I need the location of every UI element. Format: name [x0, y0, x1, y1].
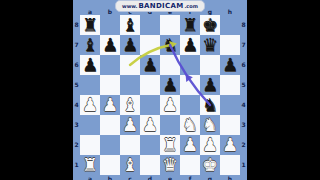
square-g8[interactable]: ♚: [200, 15, 220, 35]
chess-board: ♜♝♜♚♝♟♟♞♟♛♟♟♟♟♟♟♟♝♟♞♟♟♞♞♜♟♟♟♜♝♛♚: [80, 15, 240, 175]
black-pawn-piece: ♟: [222, 55, 238, 75]
square-d7[interactable]: [140, 35, 160, 55]
square-h4[interactable]: [220, 95, 240, 115]
black-bishop-piece: ♝: [122, 15, 138, 35]
rank-label-5: 5: [240, 75, 247, 95]
square-g2[interactable]: ♟: [200, 135, 220, 155]
rank-label-1: 1: [240, 155, 247, 175]
square-f7[interactable]: ♟: [180, 35, 200, 55]
square-a3[interactable]: [80, 115, 100, 135]
watermark-prefix: www.: [122, 3, 137, 9]
square-f1[interactable]: [180, 155, 200, 175]
rank-label-5: 5: [73, 75, 80, 95]
file-label-e: e: [160, 175, 180, 180]
square-h6[interactable]: ♟: [220, 55, 240, 75]
square-h7[interactable]: [220, 35, 240, 55]
square-h3[interactable]: [220, 115, 240, 135]
black-pawn-piece: ♟: [162, 75, 178, 95]
square-g3[interactable]: ♞: [200, 115, 220, 135]
file-label-g: g: [200, 175, 220, 180]
square-e4[interactable]: ♟: [160, 95, 180, 115]
white-rook-piece: ♜: [82, 155, 98, 175]
square-b6[interactable]: [100, 55, 120, 75]
rank-label-7: 7: [73, 35, 80, 55]
square-g1[interactable]: ♚: [200, 155, 220, 175]
square-c5[interactable]: [120, 75, 140, 95]
file-label-c: c: [120, 175, 140, 180]
watermark-suffix: .com: [184, 3, 198, 9]
square-f8[interactable]: ♜: [180, 15, 200, 35]
watermark-brand: BANDICAM: [138, 2, 183, 10]
square-a8[interactable]: ♜: [80, 15, 100, 35]
file-label-h: h: [220, 8, 240, 15]
black-rook-piece: ♜: [182, 15, 198, 35]
rank-label-3: 3: [73, 115, 80, 135]
square-e6[interactable]: [160, 55, 180, 75]
black-pawn-piece: ♟: [202, 75, 218, 95]
black-queen-piece: ♛: [202, 35, 218, 55]
square-e3[interactable]: [160, 115, 180, 135]
rank-labels-left: 87654321: [73, 15, 80, 175]
square-e8[interactable]: [160, 15, 180, 35]
black-knight-piece: ♞: [162, 35, 178, 55]
rank-label-4: 4: [240, 95, 247, 115]
white-pawn-piece: ♟: [162, 95, 178, 115]
white-knight-piece: ♞: [182, 115, 198, 135]
square-b7[interactable]: ♟: [100, 35, 120, 55]
square-f5[interactable]: [180, 75, 200, 95]
black-pawn-piece: ♟: [82, 55, 98, 75]
black-pawn-piece: ♟: [122, 35, 138, 55]
square-b1[interactable]: [100, 155, 120, 175]
square-c6[interactable]: [120, 55, 140, 75]
square-c4[interactable]: ♝: [120, 95, 140, 115]
rank-label-3: 3: [240, 115, 247, 135]
file-label-b: b: [100, 175, 120, 180]
square-g6[interactable]: [200, 55, 220, 75]
rank-label-4: 4: [73, 95, 80, 115]
black-rook-piece: ♜: [82, 15, 98, 35]
square-d2[interactable]: [140, 135, 160, 155]
white-pawn-piece: ♟: [122, 115, 138, 135]
square-f3[interactable]: ♞: [180, 115, 200, 135]
file-label-a: a: [80, 175, 100, 180]
white-pawn-piece: ♟: [142, 115, 158, 135]
square-b5[interactable]: [100, 75, 120, 95]
square-c1[interactable]: ♝: [120, 155, 140, 175]
square-f6[interactable]: [180, 55, 200, 75]
file-label-h: h: [220, 175, 240, 180]
square-a2[interactable]: [80, 135, 100, 155]
square-d5[interactable]: [140, 75, 160, 95]
rank-label-2: 2: [73, 135, 80, 155]
file-label-d: d: [140, 175, 160, 180]
square-a1[interactable]: ♜: [80, 155, 100, 175]
white-bishop-piece: ♝: [122, 155, 138, 175]
square-c7[interactable]: ♟: [120, 35, 140, 55]
rank-label-7: 7: [240, 35, 247, 55]
white-queen-piece: ♛: [162, 155, 178, 175]
white-knight-piece: ♞: [202, 115, 218, 135]
white-pawn-piece: ♟: [102, 95, 118, 115]
file-labels-bottom: abcdefgh: [80, 175, 240, 180]
black-bishop-piece: ♝: [82, 35, 98, 55]
black-knight-piece: ♞: [202, 95, 218, 115]
rank-label-8: 8: [240, 15, 247, 35]
square-e1[interactable]: ♛: [160, 155, 180, 175]
rank-label-2: 2: [240, 135, 247, 155]
square-f2[interactable]: ♟: [180, 135, 200, 155]
square-b2[interactable]: [100, 135, 120, 155]
square-d8[interactable]: [140, 15, 160, 35]
square-b8[interactable]: [100, 15, 120, 35]
white-pawn-piece: ♟: [82, 95, 98, 115]
white-king-piece: ♚: [202, 155, 218, 175]
square-d3[interactable]: ♟: [140, 115, 160, 135]
black-king-piece: ♚: [202, 15, 218, 35]
square-b3[interactable]: [100, 115, 120, 135]
square-g7[interactable]: ♛: [200, 35, 220, 55]
square-d4[interactable]: [140, 95, 160, 115]
bandicam-watermark: www. BANDICAM .com: [115, 0, 205, 12]
rank-label-8: 8: [73, 15, 80, 35]
rank-label-6: 6: [240, 55, 247, 75]
white-pawn-piece: ♟: [202, 135, 218, 155]
file-label-f: f: [180, 175, 200, 180]
square-e5[interactable]: ♟: [160, 75, 180, 95]
square-c3[interactable]: ♟: [120, 115, 140, 135]
rank-label-6: 6: [73, 55, 80, 75]
white-pawn-piece: ♟: [222, 135, 238, 155]
black-pawn-piece: ♟: [142, 55, 158, 75]
square-h1[interactable]: [220, 155, 240, 175]
square-h2[interactable]: ♟: [220, 135, 240, 155]
white-pawn-piece: ♟: [182, 135, 198, 155]
white-rook-piece: ♜: [162, 135, 178, 155]
square-c8[interactable]: ♝: [120, 15, 140, 35]
square-g4[interactable]: ♞: [200, 95, 220, 115]
black-pawn-piece: ♟: [182, 35, 198, 55]
rank-labels-right: 87654321: [240, 15, 247, 175]
black-pawn-piece: ♟: [102, 35, 118, 55]
white-bishop-piece: ♝: [122, 95, 138, 115]
square-e2[interactable]: ♜: [160, 135, 180, 155]
square-a7[interactable]: ♝: [80, 35, 100, 55]
square-e7[interactable]: ♞: [160, 35, 180, 55]
square-a5[interactable]: [80, 75, 100, 95]
square-a4[interactable]: ♟: [80, 95, 100, 115]
square-f4[interactable]: [180, 95, 200, 115]
board-panel: www. BANDICAM .com abcdefgh 87654321 ♜♝♜…: [73, 0, 247, 180]
square-g5[interactable]: ♟: [200, 75, 220, 95]
square-a6[interactable]: ♟: [80, 55, 100, 75]
square-h5[interactable]: [220, 75, 240, 95]
square-b4[interactable]: ♟: [100, 95, 120, 115]
rank-label-1: 1: [73, 155, 80, 175]
square-d6[interactable]: ♟: [140, 55, 160, 75]
square-c2[interactable]: [120, 135, 140, 155]
square-h8[interactable]: [220, 15, 240, 35]
square-d1[interactable]: [140, 155, 160, 175]
